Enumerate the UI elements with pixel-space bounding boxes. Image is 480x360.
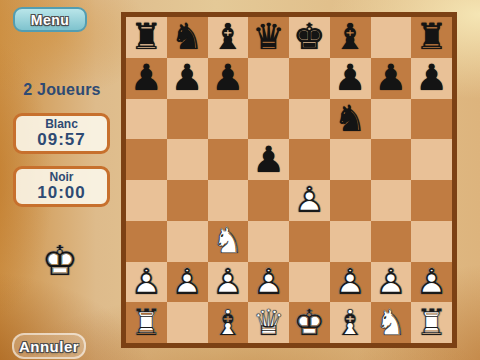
players-mode-label: 2 Joueurs xyxy=(8,81,116,99)
white-knight: ♞♘ xyxy=(209,221,247,261)
white-pawn: ♟♙ xyxy=(209,262,247,302)
black-bishop: ♝ xyxy=(334,19,366,55)
square-d1[interactable]: ♛♕ xyxy=(248,302,289,343)
square-d6[interactable] xyxy=(248,99,289,140)
white-bishop: ♝♗ xyxy=(209,303,247,343)
square-h5[interactable] xyxy=(411,139,452,180)
square-g5[interactable] xyxy=(371,139,412,180)
square-e6[interactable] xyxy=(289,99,330,140)
cancel-button-label: Annuler xyxy=(19,338,79,355)
square-h2[interactable]: ♟♙ xyxy=(411,262,452,303)
square-f8[interactable]: ♝ xyxy=(330,17,371,58)
square-d2[interactable]: ♟♙ xyxy=(248,262,289,303)
square-a6[interactable] xyxy=(126,99,167,140)
white-king: ♚♔ xyxy=(290,303,328,343)
square-h4[interactable] xyxy=(411,180,452,221)
square-c5[interactable] xyxy=(208,139,249,180)
square-h3[interactable] xyxy=(411,221,452,262)
black-king: ♚ xyxy=(293,19,325,55)
square-a1[interactable]: ♜♖ xyxy=(126,302,167,343)
white-king-icon: ♚ ♔ xyxy=(38,239,82,283)
square-d7[interactable] xyxy=(248,58,289,99)
white-pawn: ♟♙ xyxy=(168,262,206,302)
black-pawn: ♟ xyxy=(212,60,244,96)
app-window: Menu 2 Joueurs Blanc 09:57 Noir 10:00 ♚ … xyxy=(0,0,480,360)
white-pawn: ♟♙ xyxy=(250,262,288,302)
square-e4[interactable]: ♟♙ xyxy=(289,180,330,221)
white-pawn: ♟♙ xyxy=(372,262,410,302)
square-d8[interactable]: ♛ xyxy=(248,17,289,58)
square-e5[interactable] xyxy=(289,139,330,180)
square-c7[interactable]: ♟ xyxy=(208,58,249,99)
white-clock-label: Blanc xyxy=(45,118,78,131)
square-g2[interactable]: ♟♙ xyxy=(371,262,412,303)
square-f7[interactable]: ♟ xyxy=(330,58,371,99)
square-f2[interactable]: ♟♙ xyxy=(330,262,371,303)
black-pawn: ♟ xyxy=(334,60,366,96)
square-h6[interactable] xyxy=(411,99,452,140)
menu-button-label: Menu xyxy=(31,12,70,28)
white-queen: ♛♕ xyxy=(250,303,288,343)
square-c4[interactable] xyxy=(208,180,249,221)
square-c3[interactable]: ♞♘ xyxy=(208,221,249,262)
white-king-icon-outline: ♔ xyxy=(38,239,82,283)
square-g4[interactable] xyxy=(371,180,412,221)
black-pawn: ♟ xyxy=(415,60,447,96)
white-pawn: ♟♙ xyxy=(127,262,165,302)
black-knight: ♞ xyxy=(334,101,366,137)
square-b5[interactable] xyxy=(167,139,208,180)
square-f6[interactable]: ♞ xyxy=(330,99,371,140)
square-g1[interactable]: ♞♘ xyxy=(371,302,412,343)
menu-button[interactable]: Menu xyxy=(13,7,87,32)
square-b6[interactable] xyxy=(167,99,208,140)
black-pawn: ♟ xyxy=(375,60,407,96)
chess-board: ♜♞♝♛♚♝♜♟♟♟♟♟♟♞♟♟♙♞♘♟♙♟♙♟♙♟♙♟♙♟♙♟♙♜♖♝♗♛♕♚… xyxy=(121,12,457,348)
square-a4[interactable] xyxy=(126,180,167,221)
cancel-button[interactable]: Annuler xyxy=(12,333,86,359)
white-rook: ♜♖ xyxy=(413,303,451,343)
square-a3[interactable] xyxy=(126,221,167,262)
square-f3[interactable] xyxy=(330,221,371,262)
square-d5[interactable]: ♟ xyxy=(248,139,289,180)
square-g6[interactable] xyxy=(371,99,412,140)
square-b2[interactable]: ♟♙ xyxy=(167,262,208,303)
white-knight: ♞♘ xyxy=(372,303,410,343)
square-g7[interactable]: ♟ xyxy=(371,58,412,99)
square-b1[interactable] xyxy=(167,302,208,343)
black-pawn: ♟ xyxy=(171,60,203,96)
square-g8[interactable] xyxy=(371,17,412,58)
square-c1[interactable]: ♝♗ xyxy=(208,302,249,343)
square-e8[interactable]: ♚ xyxy=(289,17,330,58)
white-pawn: ♟♙ xyxy=(331,262,369,302)
black-clock-time: 10:00 xyxy=(37,184,85,202)
white-pawn: ♟♙ xyxy=(413,262,451,302)
square-a5[interactable] xyxy=(126,139,167,180)
square-h8[interactable]: ♜ xyxy=(411,17,452,58)
square-e7[interactable] xyxy=(289,58,330,99)
square-e2[interactable] xyxy=(289,262,330,303)
square-g3[interactable] xyxy=(371,221,412,262)
black-knight: ♞ xyxy=(171,19,203,55)
white-clock-time: 09:57 xyxy=(37,131,85,149)
square-c2[interactable]: ♟♙ xyxy=(208,262,249,303)
square-a2[interactable]: ♟♙ xyxy=(126,262,167,303)
square-a8[interactable]: ♜ xyxy=(126,17,167,58)
white-rook: ♜♖ xyxy=(127,303,165,343)
black-rook: ♜ xyxy=(415,19,447,55)
square-c8[interactable]: ♝ xyxy=(208,17,249,58)
black-pawn: ♟ xyxy=(130,60,162,96)
black-clock-label: Noir xyxy=(50,171,74,184)
white-bishop: ♝♗ xyxy=(331,303,369,343)
black-queen: ♛ xyxy=(252,19,284,55)
square-b7[interactable]: ♟ xyxy=(167,58,208,99)
black-bishop: ♝ xyxy=(212,19,244,55)
square-f1[interactable]: ♝♗ xyxy=(330,302,371,343)
square-b8[interactable]: ♞ xyxy=(167,17,208,58)
black-rook: ♜ xyxy=(130,19,162,55)
square-f5[interactable] xyxy=(330,139,371,180)
square-d4[interactable] xyxy=(248,180,289,221)
black-clock: Noir 10:00 xyxy=(13,166,110,207)
square-h7[interactable]: ♟ xyxy=(411,58,452,99)
square-b4[interactable] xyxy=(167,180,208,221)
white-pawn: ♟♙ xyxy=(290,180,328,220)
square-b3[interactable] xyxy=(167,221,208,262)
black-pawn: ♟ xyxy=(252,142,284,178)
square-c6[interactable] xyxy=(208,99,249,140)
square-f4[interactable] xyxy=(330,180,371,221)
square-e1[interactable]: ♚♔ xyxy=(289,302,330,343)
square-d3[interactable] xyxy=(248,221,289,262)
white-clock: Blanc 09:57 xyxy=(13,113,110,154)
square-a7[interactable]: ♟ xyxy=(126,58,167,99)
square-h1[interactable]: ♜♖ xyxy=(411,302,452,343)
square-e3[interactable] xyxy=(289,221,330,262)
